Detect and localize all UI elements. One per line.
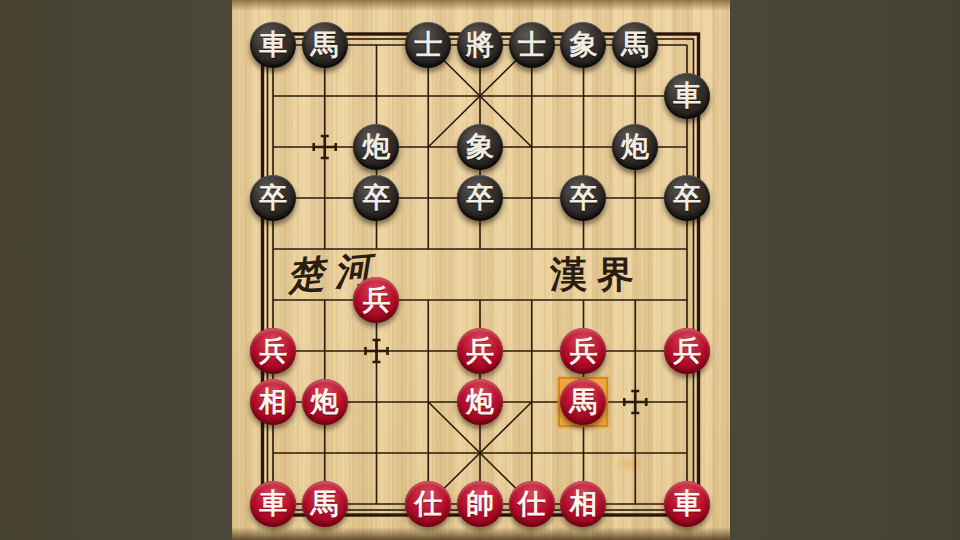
piece-red-soldier[interactable]: 兵 <box>457 328 503 374</box>
piece-black-soldier[interactable]: 卒 <box>560 175 606 221</box>
xiangqi-app: 楚河 漢界 車馬士將士象馬車炮象炮卒卒卒卒卒兵兵兵兵兵相炮炮馬車馬仕帥仕相車 <box>0 0 960 540</box>
piece-red-soldier[interactable]: 兵 <box>250 328 296 374</box>
piece-red-chariot[interactable]: 車 <box>664 481 710 527</box>
piece-black-soldier[interactable]: 卒 <box>353 175 399 221</box>
pieces-layer: 車馬士將士象馬車炮象炮卒卒卒卒卒兵兵兵兵兵相炮炮馬車馬仕帥仕相車 <box>247 20 713 530</box>
piece-black-cannon[interactable]: 炮 <box>353 124 399 170</box>
board-bottom-shadow <box>232 527 730 540</box>
piece-red-soldier[interactable]: 兵 <box>664 328 710 374</box>
piece-black-soldier[interactable]: 卒 <box>250 175 296 221</box>
piece-red-chariot[interactable]: 車 <box>250 481 296 527</box>
piece-red-cannon[interactable]: 炮 <box>457 379 503 425</box>
piece-black-elephant[interactable]: 象 <box>457 124 503 170</box>
piece-black-soldier[interactable]: 卒 <box>457 175 503 221</box>
piece-black-general[interactable]: 將 <box>457 22 503 68</box>
piece-red-soldier[interactable]: 兵 <box>560 328 606 374</box>
piece-red-advisor[interactable]: 仕 <box>509 481 555 527</box>
piece-red-horse[interactable]: 馬 <box>302 481 348 527</box>
piece-black-cannon[interactable]: 炮 <box>612 124 658 170</box>
board-top-shadow <box>232 0 730 11</box>
piece-red-elephant[interactable]: 相 <box>250 379 296 425</box>
piece-black-advisor[interactable]: 士 <box>405 22 451 68</box>
piece-red-cannon[interactable]: 炮 <box>302 379 348 425</box>
piece-black-advisor[interactable]: 士 <box>509 22 555 68</box>
xiangqi-board: 楚河 漢界 車馬士將士象馬車炮象炮卒卒卒卒卒兵兵兵兵兵相炮炮馬車馬仕帥仕相車 <box>232 0 730 540</box>
piece-black-chariot[interactable]: 車 <box>250 22 296 68</box>
piece-black-horse[interactable]: 馬 <box>302 22 348 68</box>
piece-black-chariot[interactable]: 車 <box>664 73 710 119</box>
piece-red-soldier[interactable]: 兵 <box>353 277 399 323</box>
piece-red-elephant[interactable]: 相 <box>560 481 606 527</box>
piece-black-horse[interactable]: 馬 <box>612 22 658 68</box>
piece-black-elephant[interactable]: 象 <box>560 22 606 68</box>
letterbox-left <box>0 0 232 540</box>
piece-red-advisor[interactable]: 仕 <box>405 481 451 527</box>
piece-red-general[interactable]: 帥 <box>457 481 503 527</box>
letterbox-right <box>730 0 960 540</box>
piece-black-soldier[interactable]: 卒 <box>664 175 710 221</box>
